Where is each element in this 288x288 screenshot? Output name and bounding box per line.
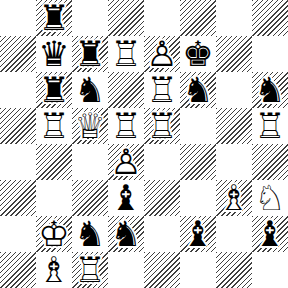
square-d1[interactable] — [108, 252, 144, 288]
square-c4[interactable] — [72, 144, 108, 180]
square-g4[interactable] — [216, 144, 252, 180]
piece-black-knight[interactable]: ♞ — [72, 216, 108, 252]
square-f6[interactable]: ♞♞ — [180, 72, 216, 108]
piece-halo: ♛ — [72, 108, 108, 144]
square-f8[interactable] — [180, 0, 216, 36]
piece-halo: ♝ — [36, 252, 72, 288]
piece-black-knight[interactable]: ♞ — [252, 72, 288, 108]
square-h8[interactable] — [252, 0, 288, 36]
piece-white-pawn[interactable]: ♙ — [144, 36, 180, 72]
square-e2[interactable] — [144, 216, 180, 252]
piece-black-knight[interactable]: ♞ — [180, 72, 216, 108]
piece-black-bishop[interactable]: ♝ — [180, 216, 216, 252]
piece-halo: ♜ — [252, 108, 288, 144]
piece-white-rook[interactable]: ♖ — [252, 108, 288, 144]
square-f4[interactable] — [180, 144, 216, 180]
square-f2[interactable]: ♝♝ — [180, 216, 216, 252]
square-c8[interactable] — [72, 0, 108, 36]
square-h7[interactable] — [252, 36, 288, 72]
square-f3[interactable] — [180, 180, 216, 216]
piece-halo: ♞ — [72, 72, 108, 108]
square-d5[interactable]: ♜♖ — [108, 108, 144, 144]
square-f5[interactable] — [180, 108, 216, 144]
piece-white-bishop[interactable]: ♗ — [36, 252, 72, 288]
piece-halo: ♜ — [144, 72, 180, 108]
piece-black-bishop[interactable]: ♝ — [108, 180, 144, 216]
piece-white-queen[interactable]: ♕ — [72, 108, 108, 144]
square-c1[interactable]: ♜♖ — [72, 252, 108, 288]
piece-halo: ♜ — [36, 72, 72, 108]
square-a2[interactable] — [0, 216, 36, 252]
square-g6[interactable] — [216, 72, 252, 108]
square-e7[interactable]: ♟♙ — [144, 36, 180, 72]
piece-black-knight[interactable]: ♞ — [108, 216, 144, 252]
piece-halo: ♛ — [36, 36, 72, 72]
piece-halo: ♚ — [36, 216, 72, 252]
square-a6[interactable] — [0, 72, 36, 108]
square-e1[interactable] — [144, 252, 180, 288]
square-e8[interactable] — [144, 0, 180, 36]
piece-black-queen[interactable]: ♛ — [36, 36, 72, 72]
piece-halo: ♜ — [144, 108, 180, 144]
square-c6[interactable]: ♞♞ — [72, 72, 108, 108]
piece-white-rook[interactable]: ♖ — [144, 72, 180, 108]
piece-black-rook[interactable]: ♜ — [36, 0, 72, 36]
square-a7[interactable] — [0, 36, 36, 72]
square-d4[interactable]: ♟♙ — [108, 144, 144, 180]
square-f7[interactable]: ♚♚ — [180, 36, 216, 72]
piece-halo: ♞ — [252, 72, 288, 108]
square-a5[interactable] — [0, 108, 36, 144]
square-d3[interactable]: ♝♝ — [108, 180, 144, 216]
square-b8[interactable]: ♜♜ — [36, 0, 72, 36]
piece-halo: ♚ — [180, 36, 216, 72]
square-h6[interactable]: ♞♞ — [252, 72, 288, 108]
square-h2[interactable]: ♝♝ — [252, 216, 288, 252]
square-b2[interactable]: ♚♔ — [36, 216, 72, 252]
square-a8[interactable] — [0, 0, 36, 36]
piece-halo: ♜ — [72, 252, 108, 288]
square-b6[interactable]: ♜♜ — [36, 72, 72, 108]
piece-halo: ♜ — [72, 36, 108, 72]
piece-halo: ♜ — [108, 36, 144, 72]
piece-white-rook[interactable]: ♖ — [108, 108, 144, 144]
square-c2[interactable]: ♞♞ — [72, 216, 108, 252]
piece-halo: ♞ — [72, 216, 108, 252]
square-c3[interactable] — [72, 180, 108, 216]
square-d2[interactable]: ♞♞ — [108, 216, 144, 252]
square-g5[interactable] — [216, 108, 252, 144]
square-g8[interactable] — [216, 0, 252, 36]
piece-halo: ♜ — [108, 108, 144, 144]
square-c7[interactable]: ♜♜ — [72, 36, 108, 72]
square-e3[interactable] — [144, 180, 180, 216]
piece-halo: ♝ — [216, 180, 252, 216]
piece-white-king[interactable]: ♔ — [36, 216, 72, 252]
square-h3[interactable]: ♞♘ — [252, 180, 288, 216]
piece-white-pawn[interactable]: ♙ — [108, 144, 144, 180]
square-b3[interactable] — [36, 180, 72, 216]
square-d7[interactable]: ♜♖ — [108, 36, 144, 72]
square-h4[interactable] — [252, 144, 288, 180]
square-d6[interactable] — [108, 72, 144, 108]
piece-white-rook[interactable]: ♖ — [144, 108, 180, 144]
square-b4[interactable] — [36, 144, 72, 180]
piece-halo: ♟ — [108, 144, 144, 180]
square-b7[interactable]: ♛♛ — [36, 36, 72, 72]
square-g3[interactable]: ♝♗ — [216, 180, 252, 216]
piece-halo: ♜ — [36, 0, 72, 36]
square-e6[interactable]: ♜♖ — [144, 72, 180, 108]
square-f1[interactable] — [180, 252, 216, 288]
piece-halo: ♟ — [144, 36, 180, 72]
piece-white-rook[interactable]: ♖ — [36, 108, 72, 144]
square-g1[interactable] — [216, 252, 252, 288]
piece-halo: ♞ — [108, 216, 144, 252]
piece-black-bishop[interactable]: ♝ — [252, 216, 288, 252]
piece-white-bishop[interactable]: ♗ — [216, 180, 252, 216]
piece-halo: ♝ — [108, 180, 144, 216]
piece-black-king[interactable]: ♚ — [180, 36, 216, 72]
square-c5[interactable]: ♛♕ — [72, 108, 108, 144]
piece-halo: ♝ — [252, 216, 288, 252]
piece-black-rook[interactable]: ♜ — [72, 36, 108, 72]
piece-white-rook[interactable]: ♖ — [108, 36, 144, 72]
piece-white-knight[interactable]: ♘ — [252, 180, 288, 216]
piece-halo: ♞ — [180, 72, 216, 108]
square-b5[interactable]: ♜♖ — [36, 108, 72, 144]
piece-halo: ♝ — [180, 216, 216, 252]
square-a1[interactable] — [0, 252, 36, 288]
piece-halo: ♜ — [36, 108, 72, 144]
piece-white-rook[interactable]: ♖ — [72, 252, 108, 288]
square-e5[interactable]: ♜♖ — [144, 108, 180, 144]
piece-black-rook[interactable]: ♜ — [36, 72, 72, 108]
square-h5[interactable]: ♜♖ — [252, 108, 288, 144]
square-a3[interactable] — [0, 180, 36, 216]
square-d8[interactable] — [108, 0, 144, 36]
square-g7[interactable] — [216, 36, 252, 72]
square-b1[interactable]: ♝♗ — [36, 252, 72, 288]
piece-black-knight[interactable]: ♞ — [72, 72, 108, 108]
square-a4[interactable] — [0, 144, 36, 180]
chessboard: ♜♜♛♛♜♜♜♖♟♙♚♚♜♜♞♞♜♖♞♞♞♞♜♖♛♕♜♖♜♖♜♖♟♙♝♝♝♗♞♘… — [0, 0, 288, 288]
square-e4[interactable] — [144, 144, 180, 180]
square-h1[interactable] — [252, 252, 288, 288]
square-g2[interactable] — [216, 216, 252, 252]
piece-halo: ♞ — [252, 180, 288, 216]
